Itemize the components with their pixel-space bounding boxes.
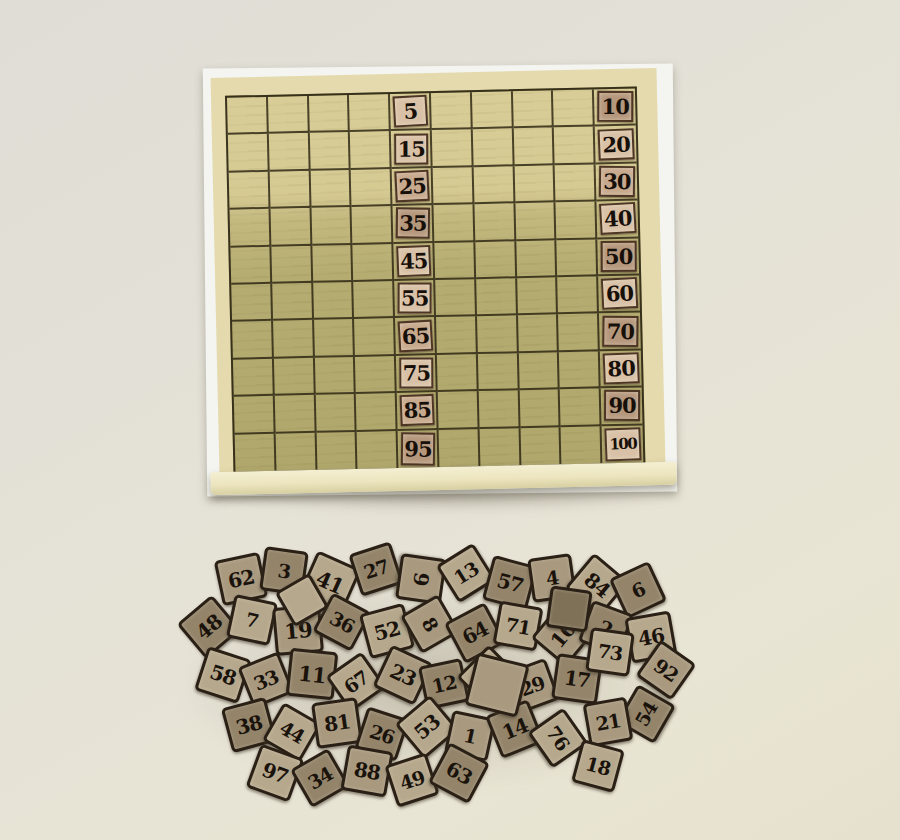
board-cell[interactable] (475, 241, 517, 279)
board-cell[interactable] (434, 242, 476, 280)
board-cell[interactable] (229, 172, 271, 210)
board-cell[interactable] (273, 320, 315, 358)
board-cell[interactable] (558, 314, 600, 352)
board-tile-40[interactable]: 40 (599, 202, 637, 235)
board-cell[interactable] (439, 429, 481, 467)
board-tile-65[interactable]: 65 (397, 319, 433, 352)
board-cell[interactable]: 55 (394, 280, 436, 318)
board-cell[interactable] (479, 390, 521, 428)
board-tile-85[interactable]: 85 (399, 394, 434, 427)
board-cell[interactable]: 10 (594, 88, 636, 126)
board-cell[interactable] (474, 203, 516, 241)
board-cell[interactable]: 25 (392, 168, 434, 206)
board-cell[interactable] (553, 89, 595, 127)
board-cell[interactable]: 5 (390, 93, 432, 131)
board-cell[interactable] (513, 128, 555, 166)
pile-tile-81[interactable]: 81 (311, 697, 363, 749)
board-cell[interactable] (558, 276, 600, 314)
board-cell[interactable] (269, 171, 311, 209)
board-tile-50[interactable]: 50 (600, 241, 636, 272)
pile-tile-7[interactable]: 7 (226, 594, 278, 646)
board-cell[interactable] (311, 207, 353, 245)
board-cell[interactable] (516, 240, 558, 278)
board-cell[interactable] (270, 208, 312, 246)
board-tile-100[interactable]: 100 (604, 427, 641, 461)
board-cell[interactable] (309, 95, 351, 133)
board-cell[interactable] (477, 316, 519, 354)
board-tile-25[interactable]: 25 (394, 170, 430, 203)
board-tile-45[interactable]: 45 (396, 245, 431, 278)
scene: 5101520253035404550556065707580859095100… (0, 0, 900, 840)
board-tile-5[interactable]: 5 (392, 95, 428, 128)
board-tile-95[interactable]: 95 (400, 432, 435, 465)
board-cell[interactable]: 15 (391, 130, 433, 168)
board-cell[interactable] (228, 134, 270, 172)
board-cell[interactable] (472, 91, 514, 129)
board-cell[interactable] (357, 431, 399, 469)
pile-tile-blank[interactable] (545, 585, 592, 632)
board-cell[interactable] (227, 97, 269, 135)
board-cell[interactable] (275, 395, 317, 433)
board-cell[interactable] (316, 431, 358, 469)
board-cell[interactable]: 70 (599, 313, 641, 351)
board-cell[interactable] (234, 396, 276, 434)
pile-tile-71[interactable]: 71 (493, 601, 544, 652)
board-cell[interactable] (233, 359, 275, 397)
board-cell[interactable] (519, 389, 561, 427)
board-cell[interactable]: 65 (395, 317, 437, 355)
board-cell[interactable] (354, 318, 396, 356)
board-tile-55[interactable]: 55 (397, 283, 431, 314)
board-cell[interactable] (435, 279, 477, 317)
board-cell[interactable] (232, 321, 274, 359)
board-cell[interactable]: 60 (598, 275, 640, 313)
board-cell[interactable] (314, 319, 356, 357)
board-cell[interactable] (313, 282, 355, 320)
pile-tile-21[interactable]: 21 (583, 697, 634, 748)
board-cell[interactable]: 75 (396, 355, 438, 393)
board-cell[interactable] (432, 130, 474, 168)
board-cell[interactable] (518, 352, 560, 390)
board-cell[interactable] (230, 209, 272, 247)
pile-tile-73[interactable]: 73 (585, 627, 635, 677)
board-cell[interactable] (478, 353, 520, 391)
board-cell[interactable] (557, 239, 599, 277)
board-cell[interactable] (353, 244, 395, 282)
board-cell[interactable] (349, 94, 391, 132)
board-cell[interactable] (271, 245, 313, 283)
board-cell[interactable] (352, 206, 394, 244)
board-tile-70[interactable]: 70 (602, 315, 638, 347)
board-cell[interactable] (350, 131, 392, 169)
board-cell[interactable]: 30 (596, 163, 638, 201)
board-cell[interactable] (315, 357, 357, 395)
board-cell[interactable] (272, 283, 314, 321)
board-cell[interactable]: 50 (597, 238, 639, 276)
board-cell[interactable]: 85 (397, 392, 439, 430)
board-tile-75[interactable]: 75 (399, 357, 433, 388)
board-tile-10[interactable]: 10 (597, 91, 633, 122)
board-cell[interactable] (274, 358, 316, 396)
board-cell[interactable] (513, 90, 555, 128)
board-cell[interactable]: 100 (602, 425, 644, 463)
board-cell[interactable] (431, 92, 473, 130)
board-cell[interactable]: 80 (600, 350, 642, 388)
board-cell[interactable] (518, 315, 560, 353)
board-tile-90[interactable]: 90 (604, 390, 640, 421)
board-cell[interactable] (269, 133, 311, 171)
board-cell[interactable] (436, 317, 478, 355)
board-cell[interactable] (559, 351, 601, 389)
board-cell[interactable] (315, 394, 357, 432)
board-cell[interactable] (520, 427, 562, 465)
board-cell[interactable] (356, 393, 398, 431)
board-cell[interactable] (556, 202, 598, 240)
board-cell[interactable] (354, 281, 396, 319)
hundred-board: 5101520253035404550556065707580859095100 (211, 68, 666, 476)
board-cell[interactable] (514, 165, 556, 203)
board-cell[interactable]: 20 (595, 126, 637, 164)
board-cell[interactable] (230, 246, 272, 284)
board-cell[interactable] (479, 428, 521, 466)
board-cell[interactable] (515, 202, 557, 240)
board-cell[interactable] (312, 245, 354, 283)
board-cell[interactable] (310, 170, 352, 208)
board-cell[interactable] (554, 127, 596, 165)
board-cell[interactable] (309, 132, 351, 170)
board-cell[interactable] (560, 389, 602, 427)
board-tile-80[interactable]: 80 (602, 352, 639, 385)
board-cell[interactable] (268, 96, 310, 134)
board-cell[interactable] (473, 166, 515, 204)
board-cell[interactable]: 45 (394, 243, 436, 281)
board-tile-20[interactable]: 20 (597, 128, 634, 161)
board-cell[interactable]: 35 (393, 205, 435, 243)
board-cell[interactable] (517, 277, 559, 315)
board-cell[interactable] (231, 284, 273, 322)
board-cell[interactable] (476, 278, 518, 316)
board-cell[interactable] (275, 432, 317, 470)
board-cell[interactable] (433, 167, 475, 205)
board-tile-60[interactable]: 60 (600, 277, 637, 310)
board-tile-30[interactable]: 30 (598, 166, 634, 198)
board-cell[interactable] (555, 164, 597, 202)
board-cell[interactable] (355, 356, 397, 394)
board-cell[interactable] (433, 204, 475, 242)
board-tile-15[interactable]: 15 (394, 133, 428, 164)
board-cell[interactable] (235, 433, 277, 471)
board-tile-35[interactable]: 35 (395, 208, 430, 240)
board-cell[interactable] (473, 129, 515, 167)
board-cell[interactable] (437, 354, 479, 392)
board-cell[interactable]: 40 (597, 201, 639, 239)
board-cell[interactable]: 95 (398, 430, 440, 468)
board-cell[interactable] (438, 391, 480, 429)
board-cell[interactable]: 90 (601, 388, 643, 426)
board-grid: 5101520253035404550556065707580859095100 (225, 86, 645, 473)
board-cell[interactable] (561, 426, 603, 464)
board-cell[interactable] (351, 169, 393, 207)
